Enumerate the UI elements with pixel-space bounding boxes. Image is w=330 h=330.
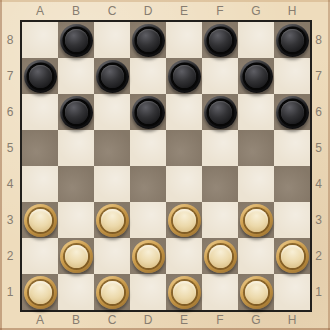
square-h7[interactable] xyxy=(274,58,310,94)
piece-white-g1[interactable] xyxy=(240,276,273,309)
square-c7[interactable] xyxy=(94,58,130,94)
rank-label-right-6: 6 xyxy=(310,94,327,130)
square-c2[interactable] xyxy=(94,238,130,274)
rank-label-left-5: 5 xyxy=(0,130,20,166)
checkers-app: ABCDEFGH ABCDEFGH 87654321 87654321 xyxy=(0,0,330,330)
square-c4[interactable] xyxy=(94,166,130,202)
file-label-top-h: H xyxy=(274,2,310,20)
rank-label-right-4: 4 xyxy=(310,166,327,202)
square-e4[interactable] xyxy=(166,166,202,202)
board xyxy=(20,20,312,312)
piece-inner-ring xyxy=(281,245,304,268)
piece-black-g7[interactable] xyxy=(240,60,273,93)
square-e5[interactable] xyxy=(166,130,202,166)
square-e2[interactable] xyxy=(166,238,202,274)
square-h5[interactable] xyxy=(274,130,310,166)
square-f5[interactable] xyxy=(202,130,238,166)
square-g6[interactable] xyxy=(238,94,274,130)
square-d2[interactable] xyxy=(130,238,166,274)
piece-black-e7[interactable] xyxy=(168,60,201,93)
square-c8[interactable] xyxy=(94,22,130,58)
rank-labels-left: 87654321 xyxy=(0,22,20,310)
piece-black-f8[interactable] xyxy=(204,24,237,57)
piece-white-c1[interactable] xyxy=(96,276,129,309)
square-g7[interactable] xyxy=(238,58,274,94)
file-labels-top: ABCDEFGH xyxy=(22,2,310,20)
piece-black-f6[interactable] xyxy=(204,96,237,129)
square-a4[interactable] xyxy=(22,166,58,202)
square-g1[interactable] xyxy=(238,274,274,310)
square-e3[interactable] xyxy=(166,202,202,238)
square-a7[interactable] xyxy=(22,58,58,94)
file-label-bottom-a: A xyxy=(22,311,58,329)
piece-inner-ring xyxy=(65,101,88,124)
square-f4[interactable] xyxy=(202,166,238,202)
square-f7[interactable] xyxy=(202,58,238,94)
square-h3[interactable] xyxy=(274,202,310,238)
piece-black-b6[interactable] xyxy=(60,96,93,129)
piece-inner-ring xyxy=(101,281,124,304)
file-label-bottom-d: D xyxy=(130,311,166,329)
piece-white-f2[interactable] xyxy=(204,240,237,273)
piece-inner-ring xyxy=(245,209,268,232)
piece-inner-ring xyxy=(173,209,196,232)
rank-label-right-5: 5 xyxy=(310,130,327,166)
piece-inner-ring xyxy=(137,29,160,52)
square-b6[interactable] xyxy=(58,94,94,130)
square-d3[interactable] xyxy=(130,202,166,238)
square-g8[interactable] xyxy=(238,22,274,58)
piece-white-b2[interactable] xyxy=(60,240,93,273)
file-label-top-c: C xyxy=(94,2,130,20)
square-f6[interactable] xyxy=(202,94,238,130)
piece-inner-ring xyxy=(137,245,160,268)
square-e8[interactable] xyxy=(166,22,202,58)
square-f1[interactable] xyxy=(202,274,238,310)
square-b8[interactable] xyxy=(58,22,94,58)
square-d5[interactable] xyxy=(130,130,166,166)
piece-black-h6[interactable] xyxy=(276,96,309,129)
rank-label-left-1: 1 xyxy=(0,274,20,310)
square-a8[interactable] xyxy=(22,22,58,58)
file-label-top-f: F xyxy=(202,2,238,20)
rank-label-right-3: 3 xyxy=(310,202,327,238)
rank-label-left-6: 6 xyxy=(0,94,20,130)
piece-inner-ring xyxy=(29,65,52,88)
rank-label-right-1: 1 xyxy=(310,274,327,310)
square-e1[interactable] xyxy=(166,274,202,310)
square-d8[interactable] xyxy=(130,22,166,58)
piece-white-h2[interactable] xyxy=(276,240,309,273)
square-d4[interactable] xyxy=(130,166,166,202)
piece-inner-ring xyxy=(29,281,52,304)
square-b5[interactable] xyxy=(58,130,94,166)
piece-white-e3[interactable] xyxy=(168,204,201,237)
piece-inner-ring xyxy=(281,101,304,124)
piece-white-g3[interactable] xyxy=(240,204,273,237)
square-h2[interactable] xyxy=(274,238,310,274)
square-g4[interactable] xyxy=(238,166,274,202)
rank-label-right-7: 7 xyxy=(310,58,327,94)
square-e6[interactable] xyxy=(166,94,202,130)
piece-inner-ring xyxy=(209,101,232,124)
square-a2[interactable] xyxy=(22,238,58,274)
piece-inner-ring xyxy=(101,65,124,88)
square-f3[interactable] xyxy=(202,202,238,238)
rank-label-left-2: 2 xyxy=(0,238,20,274)
square-g2[interactable] xyxy=(238,238,274,274)
piece-black-d6[interactable] xyxy=(132,96,165,129)
square-a1[interactable] xyxy=(22,274,58,310)
square-d7[interactable] xyxy=(130,58,166,94)
piece-black-h8[interactable] xyxy=(276,24,309,57)
piece-inner-ring xyxy=(245,65,268,88)
square-b2[interactable] xyxy=(58,238,94,274)
piece-black-d8[interactable] xyxy=(132,24,165,57)
piece-white-e1[interactable] xyxy=(168,276,201,309)
square-c3[interactable] xyxy=(94,202,130,238)
file-labels-bottom: ABCDEFGH xyxy=(22,311,310,329)
square-b1[interactable] xyxy=(58,274,94,310)
square-h6[interactable] xyxy=(274,94,310,130)
square-c5[interactable] xyxy=(94,130,130,166)
rank-label-right-8: 8 xyxy=(310,22,327,58)
piece-inner-ring xyxy=(65,29,88,52)
piece-white-c3[interactable] xyxy=(96,204,129,237)
rank-label-left-4: 4 xyxy=(0,166,20,202)
square-h4[interactable] xyxy=(274,166,310,202)
rank-label-left-8: 8 xyxy=(0,22,20,58)
piece-inner-ring xyxy=(209,245,232,268)
square-c1[interactable] xyxy=(94,274,130,310)
square-a5[interactable] xyxy=(22,130,58,166)
square-a6[interactable] xyxy=(22,94,58,130)
file-label-bottom-f: F xyxy=(202,311,238,329)
file-label-top-d: D xyxy=(130,2,166,20)
piece-black-b8[interactable] xyxy=(60,24,93,57)
square-c6[interactable] xyxy=(94,94,130,130)
piece-inner-ring xyxy=(245,281,268,304)
square-h1[interactable] xyxy=(274,274,310,310)
piece-inner-ring xyxy=(65,245,88,268)
square-b7[interactable] xyxy=(58,58,94,94)
piece-white-d2[interactable] xyxy=(132,240,165,273)
file-label-top-b: B xyxy=(58,2,94,20)
square-b3[interactable] xyxy=(58,202,94,238)
piece-inner-ring xyxy=(209,29,232,52)
piece-inner-ring xyxy=(281,29,304,52)
piece-inner-ring xyxy=(137,101,160,124)
square-d1[interactable] xyxy=(130,274,166,310)
piece-white-a1[interactable] xyxy=(24,276,57,309)
file-label-bottom-e: E xyxy=(166,311,202,329)
piece-black-c7[interactable] xyxy=(96,60,129,93)
rank-labels-right: 87654321 xyxy=(310,22,327,310)
file-label-bottom-g: G xyxy=(238,311,274,329)
file-label-bottom-b: B xyxy=(58,311,94,329)
piece-inner-ring xyxy=(173,65,196,88)
file-label-bottom-c: C xyxy=(94,311,130,329)
square-d6[interactable] xyxy=(130,94,166,130)
file-label-bottom-h: H xyxy=(274,311,310,329)
piece-inner-ring xyxy=(101,209,124,232)
square-e7[interactable] xyxy=(166,58,202,94)
rank-label-left-7: 7 xyxy=(0,58,20,94)
file-label-top-e: E xyxy=(166,2,202,20)
square-f2[interactable] xyxy=(202,238,238,274)
rank-label-right-2: 2 xyxy=(310,238,327,274)
square-g3[interactable] xyxy=(238,202,274,238)
piece-inner-ring xyxy=(173,281,196,304)
piece-white-a3[interactable] xyxy=(24,204,57,237)
square-g5[interactable] xyxy=(238,130,274,166)
square-f8[interactable] xyxy=(202,22,238,58)
square-h8[interactable] xyxy=(274,22,310,58)
rank-label-left-3: 3 xyxy=(0,202,20,238)
file-label-top-g: G xyxy=(238,2,274,20)
square-a3[interactable] xyxy=(22,202,58,238)
square-b4[interactable] xyxy=(58,166,94,202)
piece-black-a7[interactable] xyxy=(24,60,57,93)
file-label-top-a: A xyxy=(22,2,58,20)
piece-inner-ring xyxy=(29,209,52,232)
